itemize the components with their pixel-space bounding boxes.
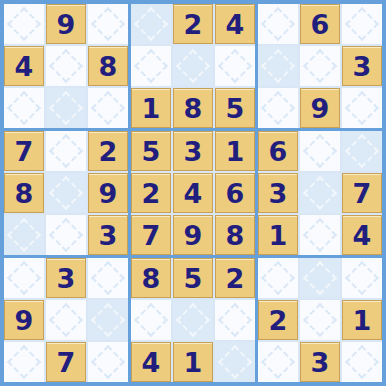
diamond-icon <box>7 345 41 379</box>
cell-r7c1[interactable] <box>4 258 44 298</box>
diamond-icon <box>303 134 337 168</box>
diamond-icon <box>91 91 125 125</box>
cell-r6c6: 8 <box>215 215 255 255</box>
diamond-icon <box>218 49 252 83</box>
cell-r7c4: 8 <box>131 258 171 298</box>
diamond-icon <box>134 7 168 41</box>
cell-r6c3: 3 <box>88 215 128 255</box>
cell-r5c1: 8 <box>4 173 44 213</box>
diamond-icon <box>49 91 83 125</box>
cell-r2c9: 3 <box>342 46 382 86</box>
cell-r7c9[interactable] <box>342 258 382 298</box>
cell-r4c8[interactable] <box>300 131 340 171</box>
cell-r8c5[interactable] <box>173 300 213 340</box>
box-2-2: 531246798 <box>131 131 255 255</box>
diamond-icon <box>218 303 252 337</box>
cell-r9c7[interactable] <box>258 342 298 382</box>
cell-r7c7[interactable] <box>258 258 298 298</box>
cell-r4c9[interactable] <box>342 131 382 171</box>
cell-r7c6: 2 <box>215 258 255 298</box>
diamond-icon <box>303 303 337 337</box>
diamond-icon <box>345 91 379 125</box>
cell-r5c4: 2 <box>131 173 171 213</box>
cell-r8c1: 9 <box>4 300 44 340</box>
diamond-icon <box>134 49 168 83</box>
diamond-icon <box>49 49 83 83</box>
cell-r1c2: 9 <box>46 4 86 44</box>
cell-r2c5[interactable] <box>173 46 213 86</box>
sudoku-board: 9482418563972893531246798637143978524121… <box>0 0 386 386</box>
cell-r3c4: 1 <box>131 88 171 128</box>
cell-r4c3: 2 <box>88 131 128 171</box>
diamond-icon <box>7 7 41 41</box>
cell-r6c2[interactable] <box>46 215 86 255</box>
cell-r2c1: 4 <box>4 46 44 86</box>
box-1-1: 948 <box>4 4 128 128</box>
cell-r8c2[interactable] <box>46 300 86 340</box>
cell-r1c7[interactable] <box>258 4 298 44</box>
diamond-icon <box>303 218 337 252</box>
diamond-icon <box>176 303 210 337</box>
diamond-icon <box>49 303 83 337</box>
cell-r2c6[interactable] <box>215 46 255 86</box>
cell-r4c5: 3 <box>173 131 213 171</box>
cell-r3c2[interactable] <box>46 88 86 128</box>
box-3-3: 213 <box>258 258 382 382</box>
cell-r3c7[interactable] <box>258 88 298 128</box>
cell-r3c3[interactable] <box>88 88 128 128</box>
box-2-1: 72893 <box>4 131 128 255</box>
box-1-2: 24185 <box>131 4 255 128</box>
cell-r5c5: 4 <box>173 173 213 213</box>
cell-r1c8: 6 <box>300 4 340 44</box>
cell-r9c2: 7 <box>46 342 86 382</box>
cell-r3c9[interactable] <box>342 88 382 128</box>
cell-r8c4[interactable] <box>131 300 171 340</box>
diamond-icon <box>49 176 83 210</box>
diamond-icon <box>7 218 41 252</box>
cell-r7c8[interactable] <box>300 258 340 298</box>
cell-r1c3[interactable] <box>88 4 128 44</box>
cell-r3c1[interactable] <box>4 88 44 128</box>
cell-r7c2: 3 <box>46 258 86 298</box>
diamond-icon <box>176 49 210 83</box>
cell-r9c4: 4 <box>131 342 171 382</box>
cell-r6c8[interactable] <box>300 215 340 255</box>
cell-r7c3[interactable] <box>88 258 128 298</box>
cell-r5c2[interactable] <box>46 173 86 213</box>
diamond-icon <box>49 134 83 168</box>
cell-r2c3: 8 <box>88 46 128 86</box>
cell-r6c9: 4 <box>342 215 382 255</box>
diamond-icon <box>345 134 379 168</box>
cell-r9c5: 1 <box>173 342 213 382</box>
cell-r6c1[interactable] <box>4 215 44 255</box>
cell-r2c8[interactable] <box>300 46 340 86</box>
diamond-icon <box>49 218 83 252</box>
diamond-icon <box>91 345 125 379</box>
cell-r2c4[interactable] <box>131 46 171 86</box>
cell-r9c9[interactable] <box>342 342 382 382</box>
cell-r1c6: 4 <box>215 4 255 44</box>
diamond-icon <box>134 303 168 337</box>
diamond-icon <box>7 261 41 295</box>
cell-r9c6[interactable] <box>215 342 255 382</box>
cell-r8c3[interactable] <box>88 300 128 340</box>
cell-r1c9[interactable] <box>342 4 382 44</box>
cell-r9c1[interactable] <box>4 342 44 382</box>
cell-r4c1: 7 <box>4 131 44 171</box>
cell-r4c7: 6 <box>258 131 298 171</box>
cell-r9c8: 3 <box>300 342 340 382</box>
diamond-icon <box>91 261 125 295</box>
cell-r8c6[interactable] <box>215 300 255 340</box>
cell-r6c7: 1 <box>258 215 298 255</box>
diamond-icon <box>91 303 125 337</box>
cell-r9c3[interactable] <box>88 342 128 382</box>
diamond-icon <box>345 345 379 379</box>
cell-r3c6: 5 <box>215 88 255 128</box>
cell-r4c2[interactable] <box>46 131 86 171</box>
box-3-2: 85241 <box>131 258 255 382</box>
cell-r5c6: 6 <box>215 173 255 213</box>
diamond-icon <box>91 7 125 41</box>
diamond-icon <box>261 7 295 41</box>
box-3-1: 397 <box>4 258 128 382</box>
cell-r8c8[interactable] <box>300 300 340 340</box>
cell-r2c7[interactable] <box>258 46 298 86</box>
diamond-icon <box>218 345 252 379</box>
box-2-3: 63714 <box>258 131 382 255</box>
cell-r4c4: 5 <box>131 131 171 171</box>
cell-r5c9: 7 <box>342 173 382 213</box>
cell-r3c8: 9 <box>300 88 340 128</box>
cell-r7c5: 5 <box>173 258 213 298</box>
cell-r6c5: 9 <box>173 215 213 255</box>
box-1-3: 639 <box>258 4 382 128</box>
cell-r1c4[interactable] <box>131 4 171 44</box>
cell-r8c9: 1 <box>342 300 382 340</box>
diamond-icon <box>261 91 295 125</box>
cell-r1c1[interactable] <box>4 4 44 44</box>
diamond-icon <box>303 49 337 83</box>
diamond-icon <box>303 261 337 295</box>
cell-r4c6: 1 <box>215 131 255 171</box>
diamond-icon <box>345 7 379 41</box>
cell-r3c5: 8 <box>173 88 213 128</box>
cell-r6c4: 7 <box>131 215 171 255</box>
diamond-icon <box>303 176 337 210</box>
diamond-icon <box>261 261 295 295</box>
diamond-icon <box>345 261 379 295</box>
diamond-icon <box>261 345 295 379</box>
cell-r5c3: 9 <box>88 173 128 213</box>
cell-r5c8[interactable] <box>300 173 340 213</box>
diamond-icon <box>261 49 295 83</box>
cell-r1c5: 2 <box>173 4 213 44</box>
cell-r5c7: 3 <box>258 173 298 213</box>
cell-r2c2[interactable] <box>46 46 86 86</box>
diamond-icon <box>7 91 41 125</box>
cell-r8c7: 2 <box>258 300 298 340</box>
